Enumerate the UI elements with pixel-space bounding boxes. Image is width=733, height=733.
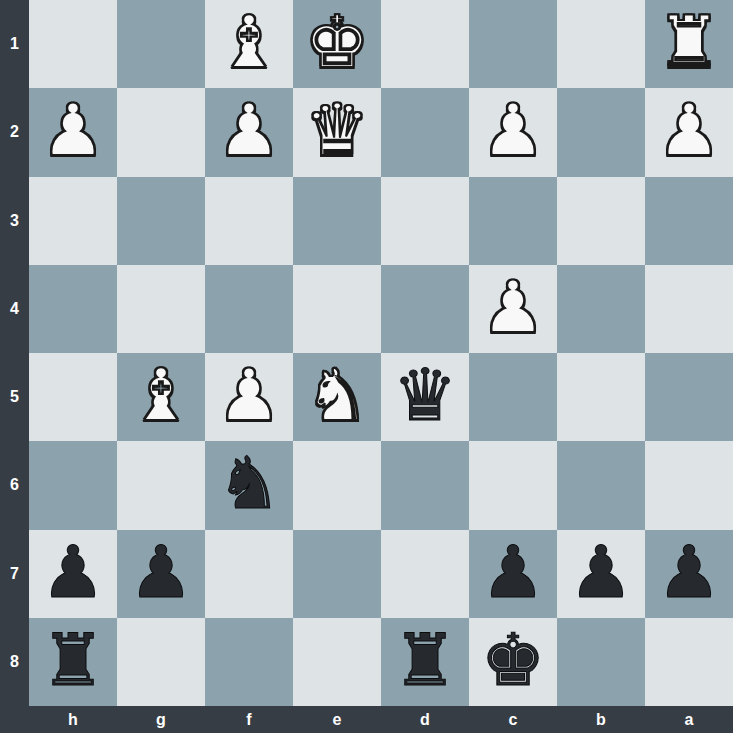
square-f7[interactable] [205,530,293,618]
file-label-a: a [645,706,733,733]
square-c1[interactable] [469,0,557,88]
square-f6[interactable]: ♞ [205,441,293,529]
square-b8[interactable] [557,618,645,706]
square-g5[interactable]: ♝ [117,353,205,441]
rank-label-6: 6 [0,441,29,529]
rank-label-2: 2 [0,88,29,176]
square-g4[interactable] [117,265,205,353]
square-a5[interactable] [645,353,733,441]
white-pawn-icon: ♟ [481,94,546,166]
white-king-icon: ♚ [305,6,370,78]
square-d6[interactable] [381,441,469,529]
black-rook-icon: ♜ [41,624,106,696]
black-pawn-icon: ♟ [657,536,722,608]
square-h8[interactable]: ♜ [29,618,117,706]
square-h2[interactable]: ♟ [29,88,117,176]
square-e4[interactable] [293,265,381,353]
square-b4[interactable] [557,265,645,353]
square-c4[interactable]: ♟ [469,265,557,353]
rank-label-8: 8 [0,618,29,706]
black-pawn-icon: ♟ [41,536,106,608]
file-label-h: h [29,706,117,733]
square-d8[interactable]: ♜ [381,618,469,706]
file-label-c: c [469,706,557,733]
rank-label-5: 5 [0,353,29,441]
square-c7[interactable]: ♟ [469,530,557,618]
square-d1[interactable] [381,0,469,88]
square-d2[interactable] [381,88,469,176]
white-rook-icon: ♜ [657,6,722,78]
square-f5[interactable]: ♟ [205,353,293,441]
square-h3[interactable] [29,177,117,265]
black-rook-icon: ♜ [393,624,458,696]
square-c6[interactable] [469,441,557,529]
square-f1[interactable]: ♝ [205,0,293,88]
white-knight-icon: ♞ [305,359,370,431]
square-e5[interactable]: ♞ [293,353,381,441]
square-b7[interactable]: ♟ [557,530,645,618]
square-e6[interactable] [293,441,381,529]
square-a2[interactable]: ♟ [645,88,733,176]
square-g8[interactable] [117,618,205,706]
black-pawn-icon: ♟ [129,536,194,608]
square-h6[interactable] [29,441,117,529]
square-f3[interactable] [205,177,293,265]
square-e1[interactable]: ♚ [293,0,381,88]
rank-label-3: 3 [0,177,29,265]
file-label-g: g [117,706,205,733]
square-e7[interactable] [293,530,381,618]
square-c3[interactable] [469,177,557,265]
square-b6[interactable] [557,441,645,529]
square-g2[interactable] [117,88,205,176]
square-g6[interactable] [117,441,205,529]
chessboard: 1♝♚♜2♟♟♛♟♟34♟5♝♟♞♛6♞7♟♟♟♟♟8♜♜♚hgfedcba [0,0,733,733]
white-pawn-icon: ♟ [217,94,282,166]
black-king-icon: ♚ [481,624,546,696]
square-c8[interactable]: ♚ [469,618,557,706]
rank-label-4: 4 [0,265,29,353]
square-d4[interactable] [381,265,469,353]
square-g1[interactable] [117,0,205,88]
square-c5[interactable] [469,353,557,441]
square-a4[interactable] [645,265,733,353]
square-e3[interactable] [293,177,381,265]
square-h1[interactable] [29,0,117,88]
square-c2[interactable]: ♟ [469,88,557,176]
black-pawn-icon: ♟ [481,536,546,608]
square-f2[interactable]: ♟ [205,88,293,176]
square-h7[interactable]: ♟ [29,530,117,618]
square-f8[interactable] [205,618,293,706]
rank-label-1: 1 [0,0,29,88]
square-h4[interactable] [29,265,117,353]
file-label-e: e [293,706,381,733]
white-pawn-icon: ♟ [481,271,546,343]
black-knight-icon: ♞ [217,447,282,519]
square-e8[interactable] [293,618,381,706]
square-h5[interactable] [29,353,117,441]
square-b2[interactable] [557,88,645,176]
square-d7[interactable] [381,530,469,618]
white-bishop-icon: ♝ [129,359,194,431]
white-bishop-icon: ♝ [217,6,282,78]
square-b3[interactable] [557,177,645,265]
black-queen-icon: ♛ [393,359,458,431]
square-g3[interactable] [117,177,205,265]
square-a6[interactable] [645,441,733,529]
rank-label-7: 7 [0,530,29,618]
black-pawn-icon: ♟ [569,536,634,608]
white-pawn-icon: ♟ [41,94,106,166]
square-d3[interactable] [381,177,469,265]
square-b1[interactable] [557,0,645,88]
square-e2[interactable]: ♛ [293,88,381,176]
white-pawn-icon: ♟ [657,94,722,166]
square-a7[interactable]: ♟ [645,530,733,618]
file-label-d: d [381,706,469,733]
square-g7[interactable]: ♟ [117,530,205,618]
square-b5[interactable] [557,353,645,441]
square-a3[interactable] [645,177,733,265]
white-pawn-icon: ♟ [217,359,282,431]
square-a8[interactable] [645,618,733,706]
square-a1[interactable]: ♜ [645,0,733,88]
square-d5[interactable]: ♛ [381,353,469,441]
file-label-f: f [205,706,293,733]
board-corner [0,706,29,733]
white-queen-icon: ♛ [305,94,370,166]
file-label-b: b [557,706,645,733]
square-f4[interactable] [205,265,293,353]
